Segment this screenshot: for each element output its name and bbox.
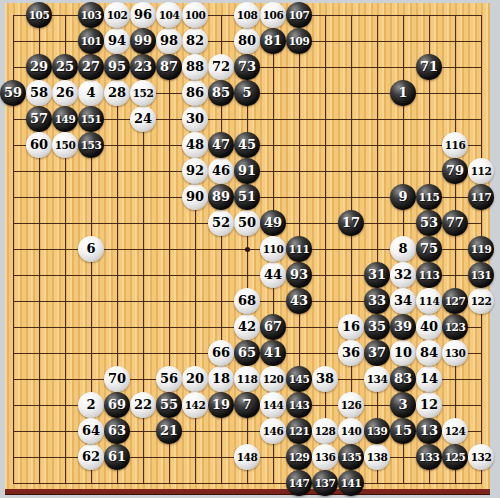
- stone-90[interactable]: 90: [182, 184, 208, 210]
- stone-26[interactable]: 26: [52, 80, 78, 106]
- stone-92[interactable]: 92: [182, 158, 208, 184]
- stone-32[interactable]: 32: [390, 262, 416, 288]
- stone-30[interactable]: 30: [182, 106, 208, 132]
- stone-105[interactable]: 105: [26, 2, 52, 28]
- stone-129[interactable]: 129: [286, 444, 312, 470]
- stone-66[interactable]: 66: [208, 340, 234, 366]
- stone-47[interactable]: 47: [208, 132, 234, 158]
- stone-108[interactable]: 108: [234, 2, 260, 28]
- stone-106[interactable]: 106: [260, 2, 286, 28]
- stone-88[interactable]: 88: [182, 54, 208, 80]
- stone-152[interactable]: 152: [130, 80, 156, 106]
- stone-52[interactable]: 52: [208, 210, 234, 236]
- stone-35[interactable]: 35: [364, 314, 390, 340]
- stone-8[interactable]: 8: [390, 236, 416, 262]
- stone-79[interactable]: 79: [442, 158, 468, 184]
- stone-142[interactable]: 142: [182, 392, 208, 418]
- stone-124[interactable]: 124: [442, 418, 468, 444]
- stone-100[interactable]: 100: [182, 2, 208, 28]
- stone-36[interactable]: 36: [338, 340, 364, 366]
- stone-62[interactable]: 62: [78, 444, 104, 470]
- stone-65[interactable]: 65: [234, 340, 260, 366]
- stone-75[interactable]: 75: [416, 236, 442, 262]
- stone-44[interactable]: 44: [260, 262, 286, 288]
- stone-3[interactable]: 3: [390, 392, 416, 418]
- stone-128[interactable]: 128: [312, 418, 338, 444]
- stone-64[interactable]: 64: [78, 418, 104, 444]
- stone-49[interactable]: 49: [260, 210, 286, 236]
- grid-line: [377, 15, 378, 484]
- stone-99[interactable]: 99: [130, 28, 156, 54]
- stone-70[interactable]: 70: [104, 366, 130, 392]
- stone-93[interactable]: 93: [286, 262, 312, 288]
- star-point-tengen: [245, 247, 250, 252]
- stone-84[interactable]: 84: [416, 340, 442, 366]
- stone-31[interactable]: 31: [364, 262, 390, 288]
- stone-57[interactable]: 57: [26, 106, 52, 132]
- stone-42[interactable]: 42: [234, 314, 260, 340]
- stone-127[interactable]: 127: [442, 288, 468, 314]
- stone-34[interactable]: 34: [390, 288, 416, 314]
- stone-39[interactable]: 39: [390, 314, 416, 340]
- stone-69[interactable]: 69: [104, 392, 130, 418]
- stone-125[interactable]: 125: [442, 444, 468, 470]
- stone-150[interactable]: 150: [52, 132, 78, 158]
- stone-82[interactable]: 82: [182, 28, 208, 54]
- stone-91[interactable]: 91: [234, 158, 260, 184]
- stone-58[interactable]: 58: [26, 80, 52, 106]
- stone-87[interactable]: 87: [156, 54, 182, 80]
- stone-18[interactable]: 18: [208, 366, 234, 392]
- stone-89[interactable]: 89: [208, 184, 234, 210]
- stone-140[interactable]: 140: [338, 418, 364, 444]
- go-board[interactable]: 1234567891012131415161718192021222324252…: [5, 3, 490, 489]
- stone-48[interactable]: 48: [182, 132, 208, 158]
- stone-27[interactable]: 27: [78, 54, 104, 80]
- stone-133[interactable]: 133: [416, 444, 442, 470]
- stone-119[interactable]: 119: [468, 236, 494, 262]
- stone-24[interactable]: 24: [130, 106, 156, 132]
- stone-132[interactable]: 132: [468, 444, 494, 470]
- stone-101[interactable]: 101: [78, 28, 104, 54]
- stone-148[interactable]: 148: [234, 444, 260, 470]
- stone-45[interactable]: 45: [234, 132, 260, 158]
- stone-73[interactable]: 73: [234, 54, 260, 80]
- stone-29[interactable]: 29: [26, 54, 52, 80]
- stone-151[interactable]: 151: [78, 106, 104, 132]
- stone-1[interactable]: 1: [390, 80, 416, 106]
- stone-120[interactable]: 120: [260, 366, 286, 392]
- stone-118[interactable]: 118: [234, 366, 260, 392]
- stone-110[interactable]: 110: [260, 236, 286, 262]
- stone-139[interactable]: 139: [364, 418, 390, 444]
- stone-153[interactable]: 153: [78, 132, 104, 158]
- stone-14[interactable]: 14: [416, 366, 442, 392]
- stone-13[interactable]: 13: [416, 418, 442, 444]
- stone-123[interactable]: 123: [442, 314, 468, 340]
- stone-85[interactable]: 85: [208, 80, 234, 106]
- stone-109[interactable]: 109: [286, 28, 312, 54]
- stone-23[interactable]: 23: [130, 54, 156, 80]
- stone-81[interactable]: 81: [260, 28, 286, 54]
- stone-22[interactable]: 22: [130, 392, 156, 418]
- stone-68[interactable]: 68: [234, 288, 260, 314]
- stone-21[interactable]: 21: [156, 418, 182, 444]
- stone-86[interactable]: 86: [182, 80, 208, 106]
- stone-55[interactable]: 55: [156, 392, 182, 418]
- stone-50[interactable]: 50: [234, 210, 260, 236]
- stone-115[interactable]: 115: [416, 184, 442, 210]
- stone-6[interactable]: 6: [78, 236, 104, 262]
- stone-60[interactable]: 60: [26, 132, 52, 158]
- stone-67[interactable]: 67: [260, 314, 286, 340]
- stone-83[interactable]: 83: [390, 366, 416, 392]
- stone-41[interactable]: 41: [260, 340, 286, 366]
- stone-143[interactable]: 143: [286, 392, 312, 418]
- stone-131[interactable]: 131: [468, 262, 494, 288]
- stone-130[interactable]: 130: [442, 340, 468, 366]
- stone-95[interactable]: 95: [104, 54, 130, 80]
- stone-61[interactable]: 61: [104, 444, 130, 470]
- stone-15[interactable]: 15: [390, 418, 416, 444]
- stone-19[interactable]: 19: [208, 392, 234, 418]
- stone-112[interactable]: 112: [468, 158, 494, 184]
- stone-17[interactable]: 17: [338, 210, 364, 236]
- stone-138[interactable]: 138: [364, 444, 390, 470]
- stone-104[interactable]: 104: [156, 2, 182, 28]
- stone-25[interactable]: 25: [52, 54, 78, 80]
- stone-145[interactable]: 145: [286, 366, 312, 392]
- stone-33[interactable]: 33: [364, 288, 390, 314]
- stone-2[interactable]: 2: [78, 392, 104, 418]
- stone-126[interactable]: 126: [338, 392, 364, 418]
- stone-71[interactable]: 71: [416, 54, 442, 80]
- stone-137[interactable]: 137: [312, 470, 338, 496]
- stone-37[interactable]: 37: [364, 340, 390, 366]
- stone-63[interactable]: 63: [104, 418, 130, 444]
- stone-46[interactable]: 46: [208, 158, 234, 184]
- stone-12[interactable]: 12: [416, 392, 442, 418]
- stone-72[interactable]: 72: [208, 54, 234, 80]
- stone-114[interactable]: 114: [416, 288, 442, 314]
- stone-9[interactable]: 9: [390, 184, 416, 210]
- stone-94[interactable]: 94: [104, 28, 130, 54]
- stone-111[interactable]: 111: [286, 236, 312, 262]
- stone-77[interactable]: 77: [442, 210, 468, 236]
- stone-147[interactable]: 147: [286, 470, 312, 496]
- grid-line: [13, 483, 482, 484]
- board-bottom-edge: [5, 489, 490, 495]
- stone-113[interactable]: 113: [416, 262, 442, 288]
- stone-5[interactable]: 5: [234, 80, 260, 106]
- stone-135[interactable]: 135: [338, 444, 364, 470]
- stone-53[interactable]: 53: [416, 210, 442, 236]
- stone-136[interactable]: 136: [312, 444, 338, 470]
- stone-10[interactable]: 10: [390, 340, 416, 366]
- stone-121[interactable]: 121: [286, 418, 312, 444]
- stone-28[interactable]: 28: [104, 80, 130, 106]
- stone-40[interactable]: 40: [416, 314, 442, 340]
- stone-38[interactable]: 38: [312, 366, 338, 392]
- stone-98[interactable]: 98: [156, 28, 182, 54]
- stone-56[interactable]: 56: [156, 366, 182, 392]
- stone-51[interactable]: 51: [234, 184, 260, 210]
- stone-80[interactable]: 80: [234, 28, 260, 54]
- stone-141[interactable]: 141: [338, 470, 364, 496]
- stone-144[interactable]: 144: [260, 392, 286, 418]
- stone-96[interactable]: 96: [130, 2, 156, 28]
- stone-122[interactable]: 122: [468, 288, 494, 314]
- stone-149[interactable]: 149: [52, 106, 78, 132]
- stone-107[interactable]: 107: [286, 2, 312, 28]
- stone-146[interactable]: 146: [260, 418, 286, 444]
- stone-20[interactable]: 20: [182, 366, 208, 392]
- grid-line: [455, 15, 456, 484]
- stone-116[interactable]: 116: [442, 132, 468, 158]
- stone-117[interactable]: 117: [468, 184, 494, 210]
- stone-134[interactable]: 134: [364, 366, 390, 392]
- grid-line: [325, 15, 326, 484]
- stone-43[interactable]: 43: [286, 288, 312, 314]
- stone-59[interactable]: 59: [0, 80, 26, 106]
- stone-103[interactable]: 103: [78, 2, 104, 28]
- go-kifu-screenshot: 1234567891012131415161718192021222324252…: [0, 0, 500, 498]
- stone-7[interactable]: 7: [234, 392, 260, 418]
- stone-102[interactable]: 102: [104, 2, 130, 28]
- stone-4[interactable]: 4: [78, 80, 104, 106]
- stone-16[interactable]: 16: [338, 314, 364, 340]
